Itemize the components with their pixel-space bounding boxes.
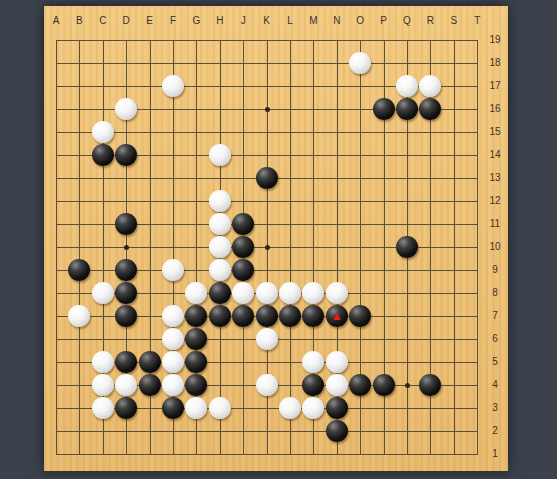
last-move-triangle-marker: ▲ xyxy=(330,309,344,323)
black-stone[interactable]: ● xyxy=(373,374,395,396)
row-label: 4 xyxy=(485,379,505,391)
white-stone[interactable]: ○ xyxy=(256,328,278,350)
row-label: 10 xyxy=(485,241,505,253)
white-stone[interactable]: ○ xyxy=(162,305,184,327)
white-stone[interactable]: ○ xyxy=(92,374,114,396)
grid-line xyxy=(454,40,455,455)
row-label: 2 xyxy=(485,425,505,437)
column-label: T xyxy=(469,15,485,27)
column-label: D xyxy=(118,15,134,27)
black-stone[interactable]: ● xyxy=(115,213,137,235)
white-stone[interactable]: ○ xyxy=(92,351,114,373)
white-stone[interactable]: ○ xyxy=(396,75,418,97)
white-stone[interactable]: ○ xyxy=(419,75,441,97)
column-label: Q xyxy=(399,15,415,27)
black-stone[interactable]: ● xyxy=(162,397,184,419)
column-label: R xyxy=(422,15,438,27)
grid-line xyxy=(56,431,478,432)
row-label: 14 xyxy=(485,149,505,161)
white-stone[interactable]: ○ xyxy=(162,374,184,396)
white-stone[interactable]: ○ xyxy=(279,282,301,304)
black-stone[interactable]: ● xyxy=(349,305,371,327)
white-stone[interactable]: ○ xyxy=(92,397,114,419)
star-point xyxy=(405,383,410,388)
white-stone[interactable]: ○ xyxy=(115,374,137,396)
white-stone[interactable]: ○ xyxy=(302,351,324,373)
column-label: S xyxy=(446,15,462,27)
white-stone[interactable]: ○ xyxy=(162,259,184,281)
white-stone[interactable]: ○ xyxy=(209,259,231,281)
row-label: 17 xyxy=(485,80,505,92)
black-stone[interactable]: ● xyxy=(256,305,278,327)
black-stone[interactable]: ● xyxy=(209,282,231,304)
black-stone[interactable]: ● xyxy=(232,236,254,258)
white-stone[interactable]: ○ xyxy=(326,282,348,304)
black-stone[interactable]: ● xyxy=(115,282,137,304)
row-label: 12 xyxy=(485,195,505,207)
row-label: 16 xyxy=(485,103,505,115)
black-stone[interactable]: ● xyxy=(326,397,348,419)
column-label: E xyxy=(142,15,158,27)
star-point xyxy=(124,245,129,250)
black-stone[interactable]: ● xyxy=(302,374,324,396)
column-label: F xyxy=(165,15,181,27)
column-label: H xyxy=(212,15,228,27)
white-stone[interactable]: ○ xyxy=(326,351,348,373)
white-stone[interactable]: ○ xyxy=(209,144,231,166)
black-stone[interactable]: ● xyxy=(349,374,371,396)
black-stone[interactable]: ● xyxy=(115,144,137,166)
white-stone[interactable]: ○ xyxy=(349,52,371,74)
row-label: 6 xyxy=(485,333,505,345)
black-stone[interactable]: ● xyxy=(115,305,137,327)
white-stone[interactable]: ○ xyxy=(302,397,324,419)
white-stone[interactable]: ○ xyxy=(185,397,207,419)
black-stone[interactable]: ● xyxy=(419,98,441,120)
black-stone[interactable]: ● xyxy=(396,98,418,120)
black-stone[interactable]: ● xyxy=(185,328,207,350)
black-stone[interactable]: ● xyxy=(139,374,161,396)
column-label: G xyxy=(188,15,204,27)
black-stone[interactable]: ● xyxy=(419,374,441,396)
white-stone[interactable]: ○ xyxy=(162,351,184,373)
white-stone[interactable]: ○ xyxy=(185,282,207,304)
row-label: 3 xyxy=(485,402,505,414)
row-label: 18 xyxy=(485,57,505,69)
white-stone[interactable]: ○ xyxy=(92,121,114,143)
black-stone[interactable]: ● xyxy=(115,397,137,419)
white-stone[interactable]: ○ xyxy=(162,328,184,350)
black-stone[interactable]: ● xyxy=(185,305,207,327)
row-label: 11 xyxy=(485,218,505,230)
row-label: 5 xyxy=(485,356,505,368)
row-label: 7 xyxy=(485,310,505,322)
column-label: K xyxy=(259,15,275,27)
black-stone[interactable]: ● xyxy=(326,420,348,442)
white-stone[interactable]: ○ xyxy=(326,374,348,396)
black-stone[interactable]: ● xyxy=(302,305,324,327)
white-stone[interactable]: ○ xyxy=(209,236,231,258)
app-background: ABCDEFGHJKLMNOPQRST191817161514131211109… xyxy=(0,0,557,479)
column-label: O xyxy=(352,15,368,27)
white-stone[interactable]: ○ xyxy=(209,213,231,235)
black-stone[interactable]: ● xyxy=(279,305,301,327)
star-point xyxy=(265,107,270,112)
black-stone[interactable]: ● xyxy=(232,259,254,281)
white-stone[interactable]: ○ xyxy=(256,374,278,396)
black-stone[interactable]: ● xyxy=(139,351,161,373)
star-point xyxy=(265,245,270,250)
black-stone[interactable]: ● xyxy=(209,305,231,327)
white-stone[interactable]: ○ xyxy=(232,282,254,304)
black-stone[interactable]: ● xyxy=(256,167,278,189)
white-stone[interactable]: ○ xyxy=(162,75,184,97)
black-stone[interactable]: ● xyxy=(185,374,207,396)
white-stone[interactable]: ○ xyxy=(256,282,278,304)
black-stone[interactable]: ● xyxy=(373,98,395,120)
white-stone[interactable]: ○ xyxy=(209,397,231,419)
row-label: 19 xyxy=(485,34,505,46)
row-label: 1 xyxy=(485,448,505,460)
row-label: 8 xyxy=(485,287,505,299)
column-label: N xyxy=(329,15,345,27)
black-stone[interactable]: ● xyxy=(396,236,418,258)
column-label: A xyxy=(48,15,64,27)
black-stone[interactable]: ● xyxy=(68,259,90,281)
black-stone[interactable]: ● xyxy=(232,213,254,235)
black-stone[interactable]: ● xyxy=(232,305,254,327)
go-board[interactable]: ABCDEFGHJKLMNOPQRST191817161514131211109… xyxy=(44,6,508,471)
black-stone[interactable]: ● xyxy=(185,351,207,373)
white-stone[interactable]: ○ xyxy=(279,397,301,419)
column-label: B xyxy=(71,15,87,27)
column-label: P xyxy=(376,15,392,27)
column-label: L xyxy=(282,15,298,27)
grid-line xyxy=(477,40,478,455)
white-stone[interactable]: ○ xyxy=(302,282,324,304)
row-label: 9 xyxy=(485,264,505,276)
black-stone[interactable]: ● xyxy=(92,144,114,166)
row-label: 15 xyxy=(485,126,505,138)
column-label: C xyxy=(95,15,111,27)
black-stone[interactable]: ● xyxy=(115,351,137,373)
grid-line xyxy=(290,40,291,455)
black-stone[interactable]: ● xyxy=(115,259,137,281)
column-label: J xyxy=(235,15,251,27)
grid-line xyxy=(56,454,478,455)
white-stone[interactable]: ○ xyxy=(209,190,231,212)
row-label: 13 xyxy=(485,172,505,184)
white-stone[interactable]: ○ xyxy=(92,282,114,304)
white-stone[interactable]: ○ xyxy=(115,98,137,120)
column-label: M xyxy=(305,15,321,27)
white-stone[interactable]: ○ xyxy=(68,305,90,327)
